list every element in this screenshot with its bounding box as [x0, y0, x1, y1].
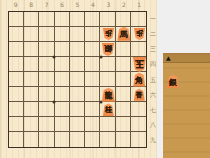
board-cell[interactable] — [24, 12, 39, 27]
tsume-diagram: 987654321 一二三四五六七八九 歩馬歩銀玉角香龍桂 ▲ 銀 — [0, 0, 210, 158]
file-label: 9 — [14, 1, 18, 9]
board-cell[interactable] — [24, 102, 39, 117]
file-label: 6 — [60, 1, 64, 9]
file-label: 8 — [29, 1, 33, 9]
board-cell[interactable] — [70, 87, 85, 102]
rank-label: 三 — [149, 45, 157, 54]
board-cell[interactable] — [85, 117, 100, 132]
rank-label: 六 — [149, 90, 157, 99]
piece-kanji: 銀 — [104, 43, 112, 55]
board-cell[interactable] — [85, 132, 100, 147]
board-cell[interactable] — [55, 132, 70, 147]
file-label: 5 — [76, 1, 80, 9]
board-cell[interactable] — [70, 117, 85, 132]
board-cell[interactable] — [85, 87, 100, 102]
board-cell[interactable] — [39, 132, 54, 147]
file-label: 1 — [137, 1, 141, 9]
board-cell[interactable] — [9, 102, 24, 117]
board-cell[interactable] — [9, 72, 24, 87]
board-cell[interactable] — [55, 27, 70, 42]
board-cell[interactable] — [55, 12, 70, 27]
board-cell[interactable] — [131, 42, 146, 57]
board-cell[interactable] — [24, 57, 39, 72]
piece-kanji: 馬 — [120, 28, 128, 40]
board-cell[interactable] — [85, 42, 100, 57]
board-cell[interactable] — [116, 12, 131, 27]
board-cell[interactable] — [85, 102, 100, 117]
file-label: 3 — [106, 1, 110, 9]
board-cell[interactable] — [55, 117, 70, 132]
board-cell[interactable] — [116, 57, 131, 72]
board-cell[interactable] — [9, 12, 24, 27]
board-cell[interactable] — [9, 132, 24, 147]
rank-label: 五 — [149, 75, 157, 84]
board-cell[interactable] — [9, 87, 24, 102]
board-cell[interactable] — [131, 117, 146, 132]
board-cell[interactable] — [39, 27, 54, 42]
piece-kanji: 龍 — [104, 89, 112, 101]
board-cell[interactable] — [24, 42, 39, 57]
hoshi-dot — [99, 55, 102, 58]
hoshi-dot — [99, 101, 102, 104]
board-cell[interactable] — [9, 57, 24, 72]
board-cell[interactable] — [85, 57, 100, 72]
board-cell[interactable] — [9, 27, 24, 42]
board-cell[interactable] — [131, 12, 146, 27]
komadai-top-edge: ▲ — [163, 53, 210, 63]
board-cell[interactable] — [131, 102, 146, 117]
sente-marker-icon: ▲ — [166, 54, 171, 61]
board-cell[interactable] — [55, 42, 70, 57]
board-cell[interactable] — [70, 102, 85, 117]
piece-kanji: 歩 — [136, 28, 143, 39]
board-cell[interactable] — [39, 57, 54, 72]
board-cell[interactable] — [100, 132, 115, 147]
board-cell[interactable] — [55, 72, 70, 87]
komadai-sente: ▲ 銀 — [163, 53, 210, 158]
board-cell[interactable] — [100, 72, 115, 87]
piece-kanji: 歩 — [105, 28, 112, 39]
board-cell[interactable] — [39, 87, 54, 102]
shogi-piece-sente[interactable]: 銀 — [167, 75, 179, 88]
board-cell[interactable] — [116, 117, 131, 132]
rank-label: 八 — [149, 121, 157, 130]
shogi-board: 987654321 一二三四五六七八九 歩馬歩銀玉角香龍桂 — [0, 0, 157, 158]
piece-kanji: 桂 — [105, 104, 112, 115]
board-cell[interactable] — [39, 102, 54, 117]
rank-label: 九 — [149, 136, 157, 145]
board-cell[interactable] — [70, 72, 85, 87]
hoshi-dot — [53, 55, 56, 58]
board-cell[interactable] — [24, 72, 39, 87]
board-cell[interactable] — [116, 72, 131, 87]
board-cell[interactable] — [55, 87, 70, 102]
board-cell[interactable] — [55, 57, 70, 72]
board-cell[interactable] — [70, 42, 85, 57]
rank-label: 四 — [149, 60, 157, 69]
board-cell[interactable] — [9, 42, 24, 57]
board-cell[interactable] — [85, 72, 100, 87]
board-cell[interactable] — [100, 12, 115, 27]
board-cell[interactable] — [131, 132, 146, 147]
piece-kanji: 角 — [135, 74, 143, 86]
file-label: 7 — [45, 1, 49, 9]
piece-kanji: 銀 — [169, 76, 177, 88]
board-cell[interactable] — [39, 72, 54, 87]
board-cell[interactable] — [70, 57, 85, 72]
board-cell[interactable] — [24, 117, 39, 132]
file-label: 2 — [122, 1, 126, 9]
board-cell[interactable] — [70, 27, 85, 42]
board-cell[interactable] — [116, 87, 131, 102]
rank-label: 七 — [149, 105, 157, 114]
board-cell[interactable] — [9, 117, 24, 132]
piece-kanji: 香 — [136, 89, 143, 100]
board-cell[interactable] — [39, 117, 54, 132]
board-cell[interactable] — [85, 12, 100, 27]
board-cell[interactable] — [85, 27, 100, 42]
board-cell[interactable] — [116, 132, 131, 147]
board-cell[interactable] — [100, 57, 115, 72]
board-cell[interactable] — [116, 42, 131, 57]
rank-label: 二 — [149, 29, 157, 38]
board-cell[interactable] — [116, 102, 131, 117]
board-cell[interactable] — [24, 27, 39, 42]
board-cell[interactable] — [55, 102, 70, 117]
board-cell[interactable] — [39, 12, 54, 27]
board-cell[interactable] — [70, 132, 85, 147]
hoshi-dot — [53, 101, 56, 104]
board-cell[interactable] — [70, 12, 85, 27]
board-cell[interactable] — [24, 132, 39, 147]
rank-label: 一 — [149, 14, 157, 23]
piece-kanji: 玉 — [135, 57, 144, 71]
board-cell[interactable] — [24, 87, 39, 102]
file-label: 4 — [91, 1, 95, 9]
board-cell[interactable] — [100, 117, 115, 132]
